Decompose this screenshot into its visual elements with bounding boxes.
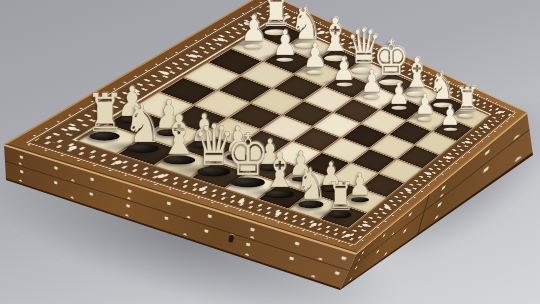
white-pawn-glyph: ♟ <box>240 12 267 47</box>
white-pawn-glyph: ♟ <box>332 54 356 85</box>
white-pawn[interactable]: ♟ <box>386 79 413 109</box>
white-pawn-glyph: ♟ <box>272 26 298 59</box>
white-pawn[interactable]: ♟ <box>330 54 359 87</box>
white-pawn-glyph: ♟ <box>303 40 328 72</box>
white-pawn[interactable]: ♟ <box>237 12 270 49</box>
white-pawn[interactable]: ♟ <box>438 103 463 131</box>
white-pawn[interactable]: ♟ <box>300 40 330 74</box>
keyhole <box>228 234 235 243</box>
black-rook[interactable]: ♜ <box>323 178 358 218</box>
white-pawn[interactable]: ♟ <box>269 26 300 61</box>
white-pawn-glyph: ♟ <box>440 103 461 130</box>
white-pawn-glyph: ♟ <box>388 79 410 108</box>
white-pawn[interactable]: ♟ <box>358 67 386 98</box>
black-rook-glyph: ♜ <box>326 178 355 215</box>
white-pawn-glyph: ♟ <box>415 91 436 118</box>
white-pawn-glyph: ♟ <box>361 67 384 97</box>
studio-backdrop: ♜♞♝♛♚♝♞♜♟♟♟♟♟♟♟♟♟♟♟♟♟♟♟♟♜♞♝♛♚♝♞♜ <box>0 0 540 304</box>
white-pawn[interactable]: ♟ <box>412 91 438 120</box>
